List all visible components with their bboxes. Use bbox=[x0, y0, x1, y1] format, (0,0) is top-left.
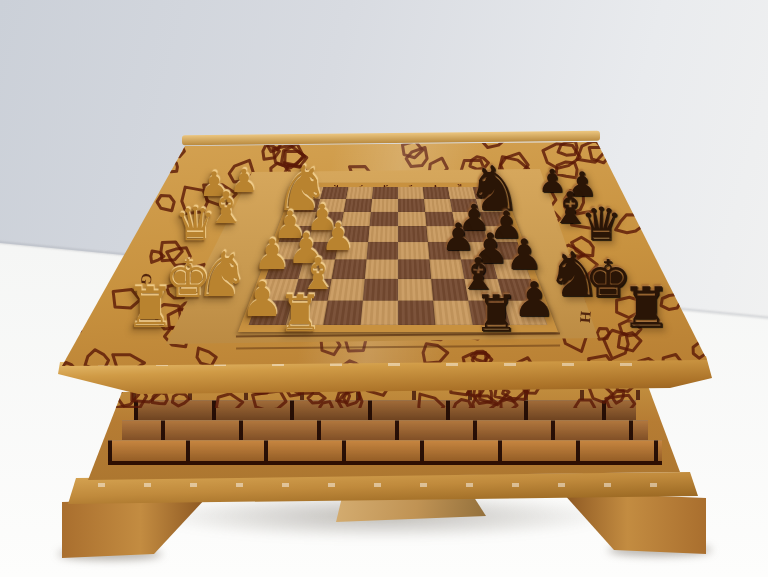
pieces-layer: ♟♟♝♞♛♟♟♟♞♟♟♚♜♝♟♜♟♟♝♞♛♟♟♟♞♟♟♚♜♝♟♜ bbox=[0, 0, 768, 577]
white-rook[interactable]: ♜ bbox=[125, 280, 175, 336]
black-rook[interactable]: ♜ bbox=[621, 280, 671, 336]
white-rook[interactable]: ♜ bbox=[278, 289, 323, 339]
photo-scene: abcdefgh GHH ♟♟♝♞♛♟♟♟♞♟♟♚♜♝♟♜♟♟♝♞♛♟♟♟♞♟♟… bbox=[0, 0, 768, 577]
black-rook[interactable]: ♜ bbox=[474, 289, 519, 339]
black-pawn[interactable]: ♟ bbox=[512, 275, 555, 323]
